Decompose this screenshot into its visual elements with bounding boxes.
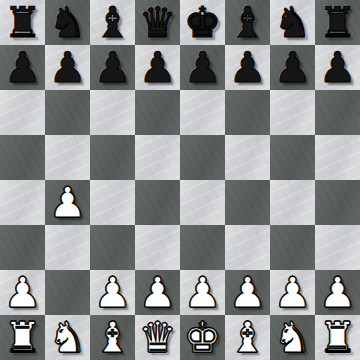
white-pawn-piece[interactable]: ♟ (184, 270, 222, 315)
black-pawn-piece[interactable]: ♟ (319, 45, 357, 90)
black-bishop-piece[interactable]: ♝ (94, 0, 132, 45)
white-pawn-piece[interactable]: ♟ (49, 180, 87, 225)
square-h1[interactable]: ♜ (315, 315, 360, 360)
white-knight-piece[interactable]: ♞ (49, 315, 87, 360)
square-h5[interactable] (315, 135, 360, 180)
screenshot-stage: ♜♞♝♛♚♝♞♜♟♟♟♟♟♟♟♟♟♟♟♟♟♟♟♟♜♞♝♛♚♝♞♜ (0, 0, 360, 360)
square-e7[interactable]: ♟ (180, 45, 225, 90)
square-b4[interactable]: ♟ (45, 180, 90, 225)
white-pawn-piece[interactable]: ♟ (139, 270, 177, 315)
black-knight-piece[interactable]: ♞ (49, 0, 87, 45)
square-d1[interactable]: ♛ (135, 315, 180, 360)
square-h6[interactable] (315, 90, 360, 135)
black-queen-piece[interactable]: ♛ (139, 0, 177, 45)
black-king-piece[interactable]: ♚ (184, 0, 222, 45)
black-rook-piece[interactable]: ♜ (4, 0, 42, 45)
square-c8[interactable]: ♝ (90, 0, 135, 45)
square-f4[interactable] (225, 180, 270, 225)
square-a7[interactable]: ♟ (0, 45, 45, 90)
square-a2[interactable]: ♟ (0, 270, 45, 315)
square-d5[interactable] (135, 135, 180, 180)
black-knight-piece[interactable]: ♞ (274, 0, 312, 45)
square-f8[interactable]: ♝ (225, 0, 270, 45)
white-pawn-piece[interactable]: ♟ (319, 270, 357, 315)
square-g7[interactable]: ♟ (270, 45, 315, 90)
black-pawn-piece[interactable]: ♟ (4, 45, 42, 90)
square-e6[interactable] (180, 90, 225, 135)
black-bishop-piece[interactable]: ♝ (229, 0, 267, 45)
white-bishop-piece[interactable]: ♝ (229, 315, 267, 360)
square-e8[interactable]: ♚ (180, 0, 225, 45)
black-pawn-piece[interactable]: ♟ (229, 45, 267, 90)
square-a5[interactable] (0, 135, 45, 180)
square-a1[interactable]: ♜ (0, 315, 45, 360)
square-d6[interactable] (135, 90, 180, 135)
white-bishop-piece[interactable]: ♝ (94, 315, 132, 360)
black-pawn-piece[interactable]: ♟ (184, 45, 222, 90)
square-b3[interactable] (45, 225, 90, 270)
square-c1[interactable]: ♝ (90, 315, 135, 360)
square-g1[interactable]: ♞ (270, 315, 315, 360)
square-a8[interactable]: ♜ (0, 0, 45, 45)
square-g5[interactable] (270, 135, 315, 180)
white-rook-piece[interactable]: ♜ (319, 315, 357, 360)
square-h3[interactable] (315, 225, 360, 270)
white-pawn-piece[interactable]: ♟ (94, 270, 132, 315)
square-d2[interactable]: ♟ (135, 270, 180, 315)
square-g6[interactable] (270, 90, 315, 135)
white-queen-piece[interactable]: ♛ (139, 315, 177, 360)
black-pawn-piece[interactable]: ♟ (274, 45, 312, 90)
square-h7[interactable]: ♟ (315, 45, 360, 90)
square-f6[interactable] (225, 90, 270, 135)
black-pawn-piece[interactable]: ♟ (49, 45, 87, 90)
square-e2[interactable]: ♟ (180, 270, 225, 315)
square-c7[interactable]: ♟ (90, 45, 135, 90)
square-a3[interactable] (0, 225, 45, 270)
square-f1[interactable]: ♝ (225, 315, 270, 360)
square-e4[interactable] (180, 180, 225, 225)
square-b8[interactable]: ♞ (45, 0, 90, 45)
square-a4[interactable] (0, 180, 45, 225)
square-b2[interactable] (45, 270, 90, 315)
white-pawn-piece[interactable]: ♟ (229, 270, 267, 315)
square-b7[interactable]: ♟ (45, 45, 90, 90)
square-h4[interactable] (315, 180, 360, 225)
square-c2[interactable]: ♟ (90, 270, 135, 315)
black-pawn-piece[interactable]: ♟ (94, 45, 132, 90)
square-f2[interactable]: ♟ (225, 270, 270, 315)
square-f7[interactable]: ♟ (225, 45, 270, 90)
square-d3[interactable] (135, 225, 180, 270)
square-c3[interactable] (90, 225, 135, 270)
black-rook-piece[interactable]: ♜ (319, 0, 357, 45)
square-g2[interactable]: ♟ (270, 270, 315, 315)
square-f3[interactable] (225, 225, 270, 270)
white-pawn-piece[interactable]: ♟ (4, 270, 42, 315)
white-rook-piece[interactable]: ♜ (4, 315, 42, 360)
square-c6[interactable] (90, 90, 135, 135)
square-g8[interactable]: ♞ (270, 0, 315, 45)
white-knight-piece[interactable]: ♞ (274, 315, 312, 360)
square-b6[interactable] (45, 90, 90, 135)
square-c5[interactable] (90, 135, 135, 180)
square-a6[interactable] (0, 90, 45, 135)
square-e3[interactable] (180, 225, 225, 270)
square-g4[interactable] (270, 180, 315, 225)
square-f5[interactable] (225, 135, 270, 180)
square-b5[interactable] (45, 135, 90, 180)
black-pawn-piece[interactable]: ♟ (139, 45, 177, 90)
chess-board: ♜♞♝♛♚♝♞♜♟♟♟♟♟♟♟♟♟♟♟♟♟♟♟♟♜♞♝♛♚♝♞♜ (0, 0, 360, 360)
square-c4[interactable] (90, 180, 135, 225)
white-pawn-piece[interactable]: ♟ (274, 270, 312, 315)
square-d8[interactable]: ♛ (135, 0, 180, 45)
square-h8[interactable]: ♜ (315, 0, 360, 45)
square-e1[interactable]: ♚ (180, 315, 225, 360)
square-d4[interactable] (135, 180, 180, 225)
square-d7[interactable]: ♟ (135, 45, 180, 90)
square-g3[interactable] (270, 225, 315, 270)
square-b1[interactable]: ♞ (45, 315, 90, 360)
white-king-piece[interactable]: ♚ (184, 315, 222, 360)
square-h2[interactable]: ♟ (315, 270, 360, 315)
square-e5[interactable] (180, 135, 225, 180)
